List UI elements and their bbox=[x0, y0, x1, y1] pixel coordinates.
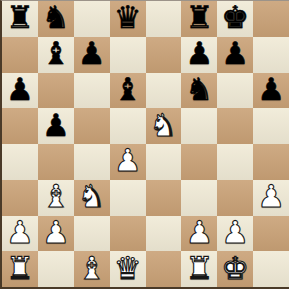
square-f6[interactable]: ♞ bbox=[181, 73, 217, 109]
piece-black-king: ♚ bbox=[221, 2, 249, 33]
square-a6[interactable]: ♟ bbox=[2, 73, 38, 109]
piece-white-pawn: ♟ bbox=[114, 145, 142, 176]
square-f8[interactable]: ♜ bbox=[181, 1, 217, 37]
square-c7[interactable]: ♟ bbox=[74, 37, 110, 73]
square-d3[interactable] bbox=[110, 180, 146, 216]
square-g2[interactable]: ♟ bbox=[217, 216, 253, 252]
piece-black-pawn: ♟ bbox=[78, 38, 106, 69]
square-f3[interactable] bbox=[181, 180, 217, 216]
square-a7[interactable] bbox=[2, 37, 38, 73]
square-b7[interactable]: ♝ bbox=[38, 37, 74, 73]
square-a8[interactable]: ♜ bbox=[2, 1, 38, 37]
square-g1[interactable]: ♚ bbox=[217, 251, 253, 287]
square-a2[interactable]: ♟ bbox=[2, 216, 38, 252]
piece-white-pawn: ♟ bbox=[42, 217, 70, 248]
square-g4[interactable] bbox=[217, 144, 253, 180]
square-a1[interactable]: ♜ bbox=[2, 251, 38, 287]
square-e6[interactable] bbox=[146, 73, 182, 109]
square-c4[interactable] bbox=[74, 144, 110, 180]
square-e1[interactable] bbox=[146, 251, 182, 287]
square-g3[interactable] bbox=[217, 180, 253, 216]
piece-white-knight: ♞ bbox=[78, 181, 106, 212]
piece-white-pawn: ♟ bbox=[185, 217, 213, 248]
piece-white-king: ♚ bbox=[221, 253, 249, 284]
square-g7[interactable]: ♟ bbox=[217, 37, 253, 73]
square-h4[interactable] bbox=[253, 144, 289, 180]
square-d2[interactable] bbox=[110, 216, 146, 252]
square-d8[interactable]: ♛ bbox=[110, 1, 146, 37]
square-c2[interactable] bbox=[74, 216, 110, 252]
square-h6[interactable]: ♟ bbox=[253, 73, 289, 109]
square-c8[interactable] bbox=[74, 1, 110, 37]
piece-white-bishop: ♝ bbox=[42, 181, 70, 212]
square-f2[interactable]: ♟ bbox=[181, 216, 217, 252]
piece-white-bishop: ♝ bbox=[78, 253, 106, 284]
square-a4[interactable] bbox=[2, 144, 38, 180]
piece-black-bishop: ♝ bbox=[114, 74, 142, 105]
square-d7[interactable] bbox=[110, 37, 146, 73]
square-e2[interactable] bbox=[146, 216, 182, 252]
square-d5[interactable] bbox=[110, 108, 146, 144]
square-h3[interactable]: ♟ bbox=[253, 180, 289, 216]
piece-black-rook: ♜ bbox=[6, 2, 34, 33]
square-g5[interactable] bbox=[217, 108, 253, 144]
piece-black-pawn: ♟ bbox=[257, 74, 285, 105]
square-d4[interactable]: ♟ bbox=[110, 144, 146, 180]
square-a5[interactable] bbox=[2, 108, 38, 144]
square-g6[interactable] bbox=[217, 73, 253, 109]
square-e7[interactable] bbox=[146, 37, 182, 73]
piece-white-pawn: ♟ bbox=[257, 181, 285, 212]
square-b1[interactable] bbox=[38, 251, 74, 287]
square-f1[interactable]: ♜ bbox=[181, 251, 217, 287]
piece-black-pawn: ♟ bbox=[6, 74, 34, 105]
square-h5[interactable] bbox=[253, 108, 289, 144]
piece-black-pawn: ♟ bbox=[185, 38, 213, 69]
square-d1[interactable]: ♛ bbox=[110, 251, 146, 287]
square-e5[interactable]: ♞ bbox=[146, 108, 182, 144]
square-h7[interactable] bbox=[253, 37, 289, 73]
piece-white-rook: ♜ bbox=[185, 253, 213, 284]
piece-black-knight: ♞ bbox=[185, 74, 213, 105]
square-b6[interactable] bbox=[38, 73, 74, 109]
square-b3[interactable]: ♝ bbox=[38, 180, 74, 216]
piece-black-bishop: ♝ bbox=[42, 38, 70, 69]
piece-black-pawn: ♟ bbox=[221, 38, 249, 69]
piece-white-queen: ♛ bbox=[114, 253, 142, 284]
square-b8[interactable]: ♞ bbox=[38, 1, 74, 37]
square-b5[interactable]: ♟ bbox=[38, 108, 74, 144]
square-b4[interactable] bbox=[38, 144, 74, 180]
square-f4[interactable] bbox=[181, 144, 217, 180]
square-e8[interactable] bbox=[146, 1, 182, 37]
square-h1[interactable] bbox=[253, 251, 289, 287]
piece-white-pawn: ♟ bbox=[6, 217, 34, 248]
square-h8[interactable] bbox=[253, 1, 289, 37]
square-f7[interactable]: ♟ bbox=[181, 37, 217, 73]
square-d6[interactable]: ♝ bbox=[110, 73, 146, 109]
square-c6[interactable] bbox=[74, 73, 110, 109]
piece-black-knight: ♞ bbox=[42, 2, 70, 33]
square-c3[interactable]: ♞ bbox=[74, 180, 110, 216]
piece-white-pawn: ♟ bbox=[221, 217, 249, 248]
square-e4[interactable] bbox=[146, 144, 182, 180]
square-g8[interactable]: ♚ bbox=[217, 1, 253, 37]
square-c1[interactable]: ♝ bbox=[74, 251, 110, 287]
piece-white-knight: ♞ bbox=[150, 110, 178, 141]
square-f5[interactable] bbox=[181, 108, 217, 144]
piece-white-rook: ♜ bbox=[6, 253, 34, 284]
piece-black-pawn: ♟ bbox=[42, 110, 70, 141]
chess-board: ♜♞♛♜♚♝♟♟♟♟♝♞♟♟♞♟♝♞♟♟♟♟♟♜♝♛♜♚ bbox=[0, 0, 289, 289]
square-e3[interactable] bbox=[146, 180, 182, 216]
piece-black-rook: ♜ bbox=[185, 2, 213, 33]
piece-black-queen: ♛ bbox=[114, 2, 142, 33]
square-c5[interactable] bbox=[74, 108, 110, 144]
square-a3[interactable] bbox=[2, 180, 38, 216]
square-h2[interactable] bbox=[253, 216, 289, 252]
square-b2[interactable]: ♟ bbox=[38, 216, 74, 252]
